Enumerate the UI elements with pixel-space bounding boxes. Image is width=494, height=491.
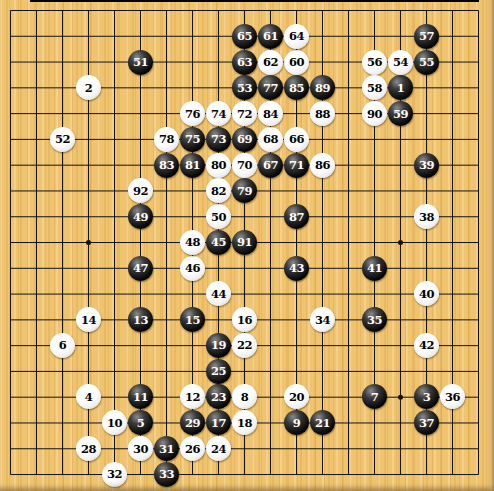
stone-78-white: 78 xyxy=(154,127,179,152)
stone-90-white: 90 xyxy=(362,101,387,126)
stone-86-white: 86 xyxy=(310,153,335,178)
stone-24-white: 24 xyxy=(206,436,231,461)
stone-11-black: 11 xyxy=(128,384,153,409)
stone-60-white: 60 xyxy=(284,50,309,75)
stone-29-black: 29 xyxy=(180,410,205,435)
stone-81-black: 81 xyxy=(180,153,205,178)
stone-10-white: 10 xyxy=(102,410,127,435)
stone-49-black: 49 xyxy=(128,204,153,229)
stone-46-white: 46 xyxy=(180,256,205,281)
stone-2-white: 2 xyxy=(76,75,101,100)
stone-6-white: 6 xyxy=(50,333,75,358)
stone-83-black: 83 xyxy=(154,153,179,178)
stone-67-black: 67 xyxy=(258,153,283,178)
stone-41-black: 41 xyxy=(362,256,387,281)
stone-14-white: 14 xyxy=(76,307,101,332)
stone-36-white: 36 xyxy=(440,384,465,409)
stone-7-black: 7 xyxy=(362,384,387,409)
stone-37-black: 37 xyxy=(414,410,439,435)
stone-80-white: 80 xyxy=(206,153,231,178)
stone-75-black: 75 xyxy=(180,127,205,152)
stone-54-white: 54 xyxy=(388,50,413,75)
stone-84-white: 84 xyxy=(258,101,283,126)
stone-19-black: 19 xyxy=(206,333,231,358)
go-diagram-screen: 1234567891011121314151617181920212223242… xyxy=(0,0,494,491)
stone-73-black: 73 xyxy=(206,127,231,152)
stone-20-white: 20 xyxy=(284,384,309,409)
stone-8-white: 8 xyxy=(232,384,257,409)
stone-89-black: 89 xyxy=(310,75,335,100)
stone-61-black: 61 xyxy=(258,24,283,49)
stone-43-black: 43 xyxy=(284,256,309,281)
stone-68-white: 68 xyxy=(258,127,283,152)
stone-9-black: 9 xyxy=(284,410,309,435)
stone-74-white: 74 xyxy=(206,101,231,126)
stone-42-white: 42 xyxy=(414,333,439,358)
stone-51-black: 51 xyxy=(128,50,153,75)
stone-40-white: 40 xyxy=(414,281,439,306)
stone-12-white: 12 xyxy=(180,384,205,409)
stone-45-black: 45 xyxy=(206,230,231,255)
stone-70-white: 70 xyxy=(232,153,257,178)
stone-35-black: 35 xyxy=(362,307,387,332)
stone-23-black: 23 xyxy=(206,384,231,409)
stone-53-black: 53 xyxy=(232,75,257,100)
stone-65-black: 65 xyxy=(232,24,257,49)
stone-79-black: 79 xyxy=(232,178,257,203)
stone-82-white: 82 xyxy=(206,178,231,203)
stone-39-black: 39 xyxy=(414,153,439,178)
stone-85-black: 85 xyxy=(284,75,309,100)
stone-92-white: 92 xyxy=(128,178,153,203)
stone-32-white: 32 xyxy=(102,462,127,487)
stone-71-black: 71 xyxy=(284,153,309,178)
stone-63-black: 63 xyxy=(232,50,257,75)
stone-3-black: 3 xyxy=(414,384,439,409)
stone-48-white: 48 xyxy=(180,230,205,255)
stone-25-black: 25 xyxy=(206,359,231,384)
stone-77-black: 77 xyxy=(258,75,283,100)
stone-34-white: 34 xyxy=(310,307,335,332)
stone-56-white: 56 xyxy=(362,50,387,75)
stone-52-white: 52 xyxy=(50,127,75,152)
stone-5-black: 5 xyxy=(128,410,153,435)
stone-13-black: 13 xyxy=(128,307,153,332)
stone-31-black: 31 xyxy=(154,436,179,461)
stone-76-white: 76 xyxy=(180,101,205,126)
stone-47-black: 47 xyxy=(128,256,153,281)
stone-50-white: 50 xyxy=(206,204,231,229)
stone-18-white: 18 xyxy=(232,410,257,435)
stone-55-black: 55 xyxy=(414,50,439,75)
stone-64-white: 64 xyxy=(284,24,309,49)
stone-88-white: 88 xyxy=(310,101,335,126)
stone-59-black: 59 xyxy=(388,101,413,126)
stone-17-black: 17 xyxy=(206,410,231,435)
stone-62-white: 62 xyxy=(258,50,283,75)
stone-87-black: 87 xyxy=(284,204,309,229)
stone-15-black: 15 xyxy=(180,307,205,332)
stones-layer: 1234567891011121314151617181920212223242… xyxy=(0,0,492,487)
stone-26-white: 26 xyxy=(180,436,205,461)
stone-38-white: 38 xyxy=(414,204,439,229)
stone-30-white: 30 xyxy=(128,436,153,461)
stone-4-white: 4 xyxy=(76,384,101,409)
stone-91-black: 91 xyxy=(232,230,257,255)
stone-66-white: 66 xyxy=(284,127,309,152)
stone-33-black: 33 xyxy=(154,462,179,487)
stone-72-white: 72 xyxy=(232,101,257,126)
stone-22-white: 22 xyxy=(232,333,257,358)
top-edge-line xyxy=(30,0,479,2)
stone-21-black: 21 xyxy=(310,410,335,435)
stone-44-white: 44 xyxy=(206,281,231,306)
stone-57-black: 57 xyxy=(414,24,439,49)
stone-1-black: 1 xyxy=(388,75,413,100)
stone-28-white: 28 xyxy=(76,436,101,461)
go-board: 1234567891011121314151617181920212223242… xyxy=(0,0,494,491)
stone-16-white: 16 xyxy=(232,307,257,332)
stone-69-black: 69 xyxy=(232,127,257,152)
stone-58-white: 58 xyxy=(362,75,387,100)
